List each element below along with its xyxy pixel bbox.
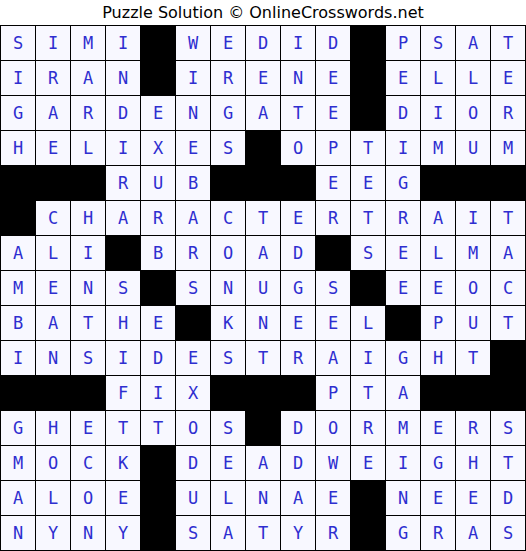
letter-cell: A xyxy=(71,61,105,95)
black-cell xyxy=(421,166,455,200)
letter-cell: O xyxy=(71,481,105,515)
letter-cell: D xyxy=(316,26,350,60)
letter-cell: D xyxy=(281,236,315,270)
letter-cell: I xyxy=(351,341,385,375)
black-cell xyxy=(456,166,490,200)
letter-cell: N xyxy=(106,61,140,95)
letter-cell: O xyxy=(281,131,315,165)
letter-cell: R xyxy=(36,61,70,95)
letter-cell: R xyxy=(316,516,350,550)
letter-cell: M xyxy=(1,271,35,305)
letter-cell: I xyxy=(106,131,140,165)
letter-cell: B xyxy=(1,306,35,340)
letter-cell: T xyxy=(491,446,525,480)
letter-cell: D xyxy=(491,481,525,515)
letter-cell: R xyxy=(421,516,455,550)
letter-cell: R xyxy=(71,96,105,130)
letter-cell: Y xyxy=(281,516,315,550)
letter-cell: Y xyxy=(36,516,70,550)
letter-cell: T xyxy=(106,411,140,445)
letter-cell: T xyxy=(456,341,490,375)
letter-cell: E xyxy=(71,411,105,445)
letter-cell: A xyxy=(36,306,70,340)
letter-cell: H xyxy=(106,306,140,340)
letter-cell: A xyxy=(36,96,70,130)
letter-cell: A xyxy=(246,236,280,270)
letter-cell: U xyxy=(176,481,210,515)
black-cell xyxy=(141,516,175,550)
letter-cell: S xyxy=(351,236,385,270)
black-cell xyxy=(141,26,175,60)
letter-cell: G xyxy=(1,411,35,445)
letter-cell: T xyxy=(491,201,525,235)
letter-cell: S xyxy=(491,516,525,550)
letter-cell: R xyxy=(386,201,420,235)
letter-cell: T xyxy=(71,306,105,340)
letter-cell: U xyxy=(456,306,490,340)
black-cell xyxy=(246,166,280,200)
letter-cell: B xyxy=(141,236,175,270)
letter-cell: E xyxy=(281,306,315,340)
letter-cell: R xyxy=(316,201,350,235)
letter-cell: E xyxy=(386,236,420,270)
letter-cell: I xyxy=(71,236,105,270)
letter-cell: O xyxy=(456,96,490,130)
letter-cell: L xyxy=(36,236,70,270)
letter-cell: X xyxy=(141,131,175,165)
letter-cell: N xyxy=(176,96,210,130)
black-cell xyxy=(176,306,210,340)
letter-cell: A xyxy=(386,376,420,410)
letter-cell: E xyxy=(176,341,210,375)
letter-cell: S xyxy=(176,271,210,305)
letter-cell: E xyxy=(316,481,350,515)
letter-cell: M xyxy=(491,131,525,165)
letter-cell: W xyxy=(176,26,210,60)
black-cell xyxy=(71,376,105,410)
letter-cell: M xyxy=(456,236,490,270)
letter-cell: G xyxy=(386,341,420,375)
letter-cell: T xyxy=(141,411,175,445)
letter-cell: K xyxy=(211,306,245,340)
letter-cell: E xyxy=(246,61,280,95)
letter-cell: C xyxy=(36,201,70,235)
letter-cell: A xyxy=(211,516,245,550)
letter-cell: M xyxy=(1,446,35,480)
letter-cell: R xyxy=(456,411,490,445)
letter-cell: Y xyxy=(106,516,140,550)
letter-cell: H xyxy=(71,201,105,235)
letter-cell: A xyxy=(246,446,280,480)
letter-cell: N xyxy=(71,516,105,550)
letter-cell: D xyxy=(176,446,210,480)
letter-cell: H xyxy=(36,411,70,445)
black-cell xyxy=(246,411,280,445)
letter-cell: G xyxy=(386,516,420,550)
letter-cell: G xyxy=(386,166,420,200)
letter-cell: H xyxy=(421,341,455,375)
letter-cell: O xyxy=(316,411,350,445)
letter-cell: R xyxy=(176,236,210,270)
letter-cell: S xyxy=(176,516,210,550)
black-cell xyxy=(141,446,175,480)
black-cell xyxy=(1,376,35,410)
black-cell xyxy=(316,236,350,270)
letter-cell: E xyxy=(351,446,385,480)
letter-cell: E xyxy=(36,131,70,165)
letter-cell: H xyxy=(456,446,490,480)
letter-cell: I xyxy=(176,61,210,95)
letter-cell: A xyxy=(106,201,140,235)
letter-cell: M xyxy=(421,131,455,165)
letter-cell: N xyxy=(281,61,315,95)
letter-cell: E xyxy=(421,271,455,305)
letter-cell: K xyxy=(106,446,140,480)
black-cell xyxy=(351,26,385,60)
letter-cell: I xyxy=(421,96,455,130)
letter-cell: T xyxy=(281,96,315,130)
letter-cell: I xyxy=(106,26,140,60)
letter-cell: S xyxy=(1,26,35,60)
letter-cell: A xyxy=(421,201,455,235)
letter-cell: A xyxy=(1,236,35,270)
black-cell xyxy=(421,376,455,410)
black-cell xyxy=(491,166,525,200)
letter-cell: P xyxy=(316,376,350,410)
letter-cell: L xyxy=(421,236,455,270)
letter-cell: E xyxy=(386,61,420,95)
letter-cell: T xyxy=(246,516,280,550)
black-cell xyxy=(351,271,385,305)
letter-cell: E xyxy=(316,306,350,340)
letter-cell: E xyxy=(386,271,420,305)
letter-cell: E xyxy=(176,131,210,165)
letter-cell: A xyxy=(1,481,35,515)
letter-cell: C xyxy=(211,201,245,235)
black-cell xyxy=(141,271,175,305)
letter-cell: N xyxy=(36,341,70,375)
black-cell xyxy=(351,481,385,515)
black-cell xyxy=(71,166,105,200)
letter-cell: M xyxy=(386,411,420,445)
letter-cell: D xyxy=(106,96,140,130)
letter-cell: R xyxy=(491,96,525,130)
letter-cell: T xyxy=(491,306,525,340)
letter-cell: N xyxy=(386,481,420,515)
black-cell xyxy=(456,376,490,410)
black-cell xyxy=(351,516,385,550)
letter-cell: N xyxy=(246,481,280,515)
letter-cell: E xyxy=(421,411,455,445)
black-cell xyxy=(246,131,280,165)
letter-cell: T xyxy=(351,131,385,165)
letter-cell: W xyxy=(316,446,350,480)
letter-cell: H xyxy=(1,131,35,165)
letter-cell: I xyxy=(1,61,35,95)
letter-cell: A xyxy=(456,516,490,550)
letter-cell: I xyxy=(386,131,420,165)
letter-cell: D xyxy=(386,96,420,130)
letter-cell: G xyxy=(421,446,455,480)
letter-cell: T xyxy=(246,201,280,235)
letter-cell: E xyxy=(106,481,140,515)
letter-cell: S xyxy=(421,26,455,60)
letter-cell: L xyxy=(421,61,455,95)
black-cell xyxy=(281,166,315,200)
black-cell xyxy=(281,376,315,410)
letter-cell: I xyxy=(281,26,315,60)
letter-cell: O xyxy=(176,411,210,445)
black-cell xyxy=(1,201,35,235)
letter-cell: O xyxy=(211,236,245,270)
letter-cell: P xyxy=(421,306,455,340)
letter-cell: T xyxy=(351,376,385,410)
black-cell xyxy=(351,61,385,95)
letter-cell: I xyxy=(36,26,70,60)
letter-cell: S xyxy=(316,271,350,305)
letter-cell: I xyxy=(1,341,35,375)
letter-cell: E xyxy=(211,446,245,480)
letter-cell: N xyxy=(71,271,105,305)
letter-cell: R xyxy=(211,61,245,95)
black-cell xyxy=(491,376,525,410)
letter-cell: A xyxy=(316,341,350,375)
letter-cell: E xyxy=(141,96,175,130)
black-cell xyxy=(246,376,280,410)
letter-cell: L xyxy=(456,61,490,95)
letter-cell: L xyxy=(71,131,105,165)
letter-cell: D xyxy=(141,341,175,375)
letter-cell: I xyxy=(456,201,490,235)
letter-cell: E xyxy=(281,201,315,235)
letter-cell: S xyxy=(211,341,245,375)
black-cell xyxy=(491,341,525,375)
letter-cell: P xyxy=(316,131,350,165)
letter-cell: T xyxy=(351,201,385,235)
letter-cell: C xyxy=(491,271,525,305)
letter-cell: I xyxy=(386,446,420,480)
letter-cell: X xyxy=(176,376,210,410)
black-cell xyxy=(106,236,140,270)
letter-cell: G xyxy=(211,96,245,130)
black-cell xyxy=(386,306,420,340)
black-cell xyxy=(351,96,385,130)
letter-cell: U xyxy=(246,271,280,305)
letter-cell: O xyxy=(36,446,70,480)
letter-cell: I xyxy=(141,376,175,410)
black-cell xyxy=(141,61,175,95)
letter-cell: A xyxy=(456,26,490,60)
letter-cell: B xyxy=(176,166,210,200)
black-cell xyxy=(1,166,35,200)
letter-cell: N xyxy=(246,306,280,340)
letter-cell: L xyxy=(351,306,385,340)
black-cell xyxy=(211,376,245,410)
black-cell xyxy=(141,481,175,515)
letter-cell: G xyxy=(281,271,315,305)
letter-cell: S xyxy=(106,271,140,305)
letter-cell: A xyxy=(246,96,280,130)
letter-cell: A xyxy=(176,201,210,235)
crossword-grid: SIMIWEDIDPSATIRANIRENEELLEGARDENGATEDIOR… xyxy=(0,25,526,551)
letter-cell: P xyxy=(386,26,420,60)
letter-cell: L xyxy=(211,481,245,515)
letter-cell: A xyxy=(491,236,525,270)
letter-cell: A xyxy=(281,481,315,515)
letter-cell: S xyxy=(211,411,245,445)
page-title: Puzzle Solution © OnlineCrosswords.net xyxy=(0,0,526,25)
letter-cell: R xyxy=(351,411,385,445)
letter-cell: D xyxy=(281,446,315,480)
letter-cell: N xyxy=(211,271,245,305)
letter-cell: E xyxy=(421,481,455,515)
letter-cell: T xyxy=(491,26,525,60)
letter-cell: R xyxy=(106,166,140,200)
letter-cell: N xyxy=(1,516,35,550)
letter-cell: G xyxy=(1,96,35,130)
letter-cell: E xyxy=(316,61,350,95)
letter-cell: S xyxy=(71,341,105,375)
letter-cell: S xyxy=(491,411,525,445)
letter-cell: M xyxy=(71,26,105,60)
letter-cell: D xyxy=(281,411,315,445)
letter-cell: E xyxy=(351,166,385,200)
letter-cell: E xyxy=(36,271,70,305)
letter-cell: F xyxy=(106,376,140,410)
letter-cell: E xyxy=(456,481,490,515)
letter-cell: E xyxy=(491,61,525,95)
letter-cell: D xyxy=(246,26,280,60)
letter-cell: R xyxy=(281,341,315,375)
letter-cell: C xyxy=(71,446,105,480)
letter-cell: U xyxy=(456,131,490,165)
letter-cell: E xyxy=(141,306,175,340)
black-cell xyxy=(36,166,70,200)
letter-cell: E xyxy=(316,166,350,200)
letter-cell: I xyxy=(106,341,140,375)
letter-cell: O xyxy=(456,271,490,305)
letter-cell: E xyxy=(316,96,350,130)
letter-cell: T xyxy=(246,341,280,375)
letter-cell: U xyxy=(141,166,175,200)
black-cell xyxy=(211,166,245,200)
letter-cell: L xyxy=(36,481,70,515)
letter-cell: R xyxy=(141,201,175,235)
letter-cell: E xyxy=(211,26,245,60)
black-cell xyxy=(36,376,70,410)
letter-cell: S xyxy=(211,131,245,165)
